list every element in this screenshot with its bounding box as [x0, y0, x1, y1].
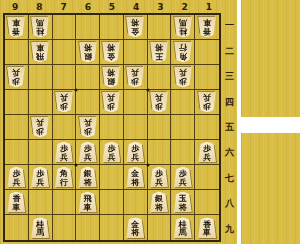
square-4h[interactable] [124, 190, 148, 215]
square-7h[interactable] [53, 190, 77, 215]
piece-tile: 王将 [150, 42, 169, 63]
square-9b[interactable] [5, 40, 29, 65]
piece-tile: 飛車 [78, 192, 97, 213]
piece-tile: 歩兵 [173, 67, 192, 88]
square-8c[interactable] [29, 65, 53, 90]
square-9d[interactable] [5, 90, 29, 115]
piece-tile: 銀将 [78, 42, 97, 63]
gote-komadai [241, 0, 300, 117]
square-6d[interactable] [76, 90, 100, 115]
square-8a[interactable]: 桂馬 [29, 15, 53, 40]
piece-tile: 歩兵 [150, 167, 169, 188]
piece-tile: 歩兵 [102, 142, 121, 163]
square-1h[interactable] [195, 190, 219, 215]
piece-sente-pawn[interactable]: 歩兵 [198, 142, 217, 163]
piece-tile: 金将 [126, 167, 145, 188]
rank-label-7: 七 [222, 166, 237, 191]
square-7b[interactable] [53, 40, 77, 65]
square-6i[interactable] [76, 215, 100, 240]
square-8i[interactable]: 桂馬 [29, 215, 53, 240]
square-3f[interactable] [148, 140, 172, 165]
square-1b[interactable] [195, 40, 219, 65]
piece-tile: 歩兵 [54, 142, 73, 163]
file-labels: 987654321 [3, 0, 221, 13]
square-1d[interactable]: 歩兵 [195, 90, 219, 115]
piece-tile: 歩兵 [31, 167, 50, 188]
file-label-6: 6 [76, 0, 100, 13]
file-label-1: 1 [197, 0, 221, 13]
piece-gote-king[interactable]: 王将 [150, 42, 169, 63]
square-5i[interactable] [100, 215, 124, 240]
piece-gote-pawn[interactable]: 歩兵 [173, 67, 192, 88]
piece-sente-bishop[interactable]: 角行 [54, 167, 73, 188]
piece-tile: 歩兵 [78, 142, 97, 163]
piece-tile: 銀将 [102, 67, 121, 88]
piece-tile: 銀将 [78, 167, 97, 188]
piece-gote-knight[interactable]: 桂馬 [173, 17, 192, 38]
square-2d[interactable] [171, 90, 195, 115]
piece-tile: 香車 [198, 17, 217, 38]
square-5b[interactable]: 金将 [100, 40, 124, 65]
square-8e[interactable]: 歩兵 [29, 115, 53, 140]
square-7e[interactable] [53, 115, 77, 140]
piece-tile: 桂馬 [173, 17, 192, 38]
square-9h[interactable]: 香車 [5, 190, 29, 215]
square-5f[interactable]: 歩兵 [100, 140, 124, 165]
square-3c[interactable] [148, 65, 172, 90]
piece-sente-knight[interactable]: 桂馬 [31, 217, 50, 238]
square-2g[interactable]: 歩兵 [171, 165, 195, 190]
rank-label-9: 九 [222, 217, 237, 242]
square-6g[interactable]: 銀将 [76, 165, 100, 190]
rank-label-2: 二 [222, 38, 237, 63]
piece-sente-rook[interactable]: 飛車 [78, 192, 97, 213]
square-2i[interactable]: 桂馬 [171, 215, 195, 240]
square-7g[interactable]: 角行 [53, 165, 77, 190]
piece-sente-silver[interactable]: 銀将 [78, 167, 97, 188]
square-7c[interactable] [53, 65, 77, 90]
square-6e[interactable]: 歩兵 [76, 115, 100, 140]
square-4d[interactable] [124, 90, 148, 115]
piece-sente-pawn[interactable]: 歩兵 [78, 142, 97, 163]
sente-komadai [241, 133, 300, 244]
square-9c[interactable]: 歩兵 [5, 65, 29, 90]
square-1c[interactable] [195, 65, 219, 90]
square-4i[interactable]: 金将 [124, 215, 148, 240]
piece-gote-gold[interactable]: 金将 [102, 42, 121, 63]
rank-label-3: 三 [222, 64, 237, 89]
piece-tile: 金将 [126, 17, 145, 38]
piece-sente-pawn[interactable]: 歩兵 [126, 142, 145, 163]
piece-tile: 香車 [7, 17, 26, 38]
square-2h[interactable]: 玉将 [171, 190, 195, 215]
rank-label-6: 六 [222, 140, 237, 165]
square-7i[interactable] [53, 215, 77, 240]
star-point [146, 89, 149, 92]
piece-gote-pawn[interactable]: 歩兵 [198, 92, 217, 113]
square-2f[interactable] [171, 140, 195, 165]
square-1e[interactable] [195, 115, 219, 140]
square-1f[interactable]: 歩兵 [195, 140, 219, 165]
piece-tile: 歩兵 [78, 117, 97, 138]
square-4g[interactable]: 金将 [124, 165, 148, 190]
piece-gote-silver[interactable]: 銀将 [102, 67, 121, 88]
piece-gote-silver[interactable]: 銀将 [78, 42, 97, 63]
rank-label-8: 八 [222, 191, 237, 216]
square-8f[interactable] [29, 140, 53, 165]
piece-sente-pawn[interactable]: 歩兵 [54, 142, 73, 163]
piece-gote-lance[interactable]: 香車 [7, 17, 26, 38]
square-2b[interactable]: 角行 [171, 40, 195, 65]
piece-tile: 歩兵 [173, 167, 192, 188]
square-6b[interactable]: 銀将 [76, 40, 100, 65]
square-9a[interactable]: 香車 [5, 15, 29, 40]
square-5d[interactable]: 歩兵 [100, 90, 124, 115]
piece-sente-gold[interactable]: 金将 [126, 167, 145, 188]
piece-tile: 歩兵 [150, 92, 169, 113]
piece-tile: 歩兵 [198, 142, 217, 163]
piece-gote-pawn[interactable]: 歩兵 [102, 92, 121, 113]
piece-gote-pawn[interactable]: 歩兵 [54, 92, 73, 113]
shogi-board-panel: 987654321 一二三四五六七八九 香車桂馬金将桂馬香車飛車銀将金将王将角行… [0, 0, 237, 244]
square-3h[interactable]: 銀将 [148, 190, 172, 215]
square-3b[interactable]: 王将 [148, 40, 172, 65]
piece-gote-pawn[interactable]: 歩兵 [126, 67, 145, 88]
square-2c[interactable]: 歩兵 [171, 65, 195, 90]
piece-tile: 桂馬 [31, 217, 50, 238]
square-6a[interactable] [76, 15, 100, 40]
piece-gote-bishop[interactable]: 角行 [173, 42, 192, 63]
piece-sente-lance[interactable]: 香車 [198, 217, 217, 238]
piece-gote-pawn[interactable]: 歩兵 [31, 117, 50, 138]
star-point [75, 89, 78, 92]
square-4a[interactable]: 金将 [124, 15, 148, 40]
square-9i[interactable] [5, 215, 29, 240]
star-point [75, 164, 78, 167]
piece-sente-king[interactable]: 玉将 [173, 192, 192, 213]
square-4c[interactable]: 歩兵 [124, 65, 148, 90]
square-1g[interactable] [195, 165, 219, 190]
file-label-9: 9 [3, 0, 27, 13]
piece-sente-silver[interactable]: 銀将 [150, 192, 169, 213]
piece-tile: 香車 [7, 192, 26, 213]
piece-tile: 歩兵 [7, 167, 26, 188]
square-3a[interactable] [148, 15, 172, 40]
rank-label-5: 五 [222, 115, 237, 140]
piece-sente-pawn[interactable]: 歩兵 [150, 167, 169, 188]
star-point [146, 164, 149, 167]
piece-tile: 角行 [54, 167, 73, 188]
piece-tile: 金将 [126, 217, 145, 238]
rank-labels: 一二三四五六七八九 [222, 13, 237, 242]
square-8g[interactable]: 歩兵 [29, 165, 53, 190]
square-4e[interactable] [124, 115, 148, 140]
file-label-7: 7 [51, 0, 75, 13]
shogi-app: { "game": "shogi", "board_ui": { "file_l… [0, 0, 300, 244]
piece-gote-rook[interactable]: 飛車 [31, 42, 50, 63]
square-6h[interactable]: 飛車 [76, 190, 100, 215]
piece-tile: 桂馬 [31, 17, 50, 38]
piece-tile: 歩兵 [102, 92, 121, 113]
piece-sente-pawn[interactable]: 歩兵 [173, 167, 192, 188]
square-7f[interactable]: 歩兵 [53, 140, 77, 165]
piece-tile: 歩兵 [198, 92, 217, 113]
square-3d[interactable]: 歩兵 [148, 90, 172, 115]
piece-gote-lance[interactable]: 香車 [198, 17, 217, 38]
piece-tile: 歩兵 [126, 67, 145, 88]
piece-tile: 飛車 [31, 42, 50, 63]
piece-tile: 歩兵 [126, 142, 145, 163]
file-label-3: 3 [148, 0, 172, 13]
piece-tile: 金将 [102, 42, 121, 63]
piece-sente-lance[interactable]: 香車 [7, 192, 26, 213]
piece-gote-pawn[interactable]: 歩兵 [78, 117, 97, 138]
square-1i[interactable]: 香車 [195, 215, 219, 240]
square-9f[interactable] [5, 140, 29, 165]
square-3g[interactable]: 歩兵 [148, 165, 172, 190]
piece-tile: 香車 [198, 217, 217, 238]
square-9e[interactable] [5, 115, 29, 140]
square-6c[interactable] [76, 65, 100, 90]
file-label-5: 5 [100, 0, 124, 13]
file-label-2: 2 [173, 0, 197, 13]
square-8b[interactable]: 飛車 [29, 40, 53, 65]
piece-gote-pawn[interactable]: 歩兵 [7, 67, 26, 88]
square-3e[interactable] [148, 115, 172, 140]
square-5e[interactable] [100, 115, 124, 140]
piece-sente-gold[interactable]: 金将 [126, 217, 145, 238]
square-7d[interactable]: 歩兵 [53, 90, 77, 115]
square-6f[interactable]: 歩兵 [76, 140, 100, 165]
piece-sente-pawn[interactable]: 歩兵 [7, 167, 26, 188]
square-2a[interactable]: 桂馬 [171, 15, 195, 40]
rank-label-4: 四 [222, 89, 237, 114]
piece-sente-knight[interactable]: 桂馬 [173, 217, 192, 238]
square-5h[interactable] [100, 190, 124, 215]
square-1a[interactable]: 香車 [195, 15, 219, 40]
piece-gote-knight[interactable]: 桂馬 [31, 17, 50, 38]
piece-gote-pawn[interactable]: 歩兵 [150, 92, 169, 113]
square-8d[interactable] [29, 90, 53, 115]
rank-label-1: 一 [222, 13, 237, 38]
piece-tile: 角行 [173, 42, 192, 63]
piece-tile: 銀将 [150, 192, 169, 213]
square-5g[interactable] [100, 165, 124, 190]
piece-tile: 歩兵 [7, 67, 26, 88]
piece-sente-pawn[interactable]: 歩兵 [31, 167, 50, 188]
square-3i[interactable] [148, 215, 172, 240]
square-8h[interactable] [29, 190, 53, 215]
piece-tile: 桂馬 [173, 217, 192, 238]
square-9g[interactable]: 歩兵 [5, 165, 29, 190]
piece-tile: 歩兵 [31, 117, 50, 138]
square-4f[interactable]: 歩兵 [124, 140, 148, 165]
piece-gote-gold[interactable]: 金将 [126, 17, 145, 38]
piece-sente-pawn[interactable]: 歩兵 [102, 142, 121, 163]
square-5a[interactable] [100, 15, 124, 40]
square-7a[interactable] [53, 15, 77, 40]
board-grid: 香車桂馬金将桂馬香車飛車銀将金将王将角行歩兵銀将歩兵歩兵歩兵歩兵歩兵歩兵歩兵歩兵… [3, 13, 221, 242]
file-label-4: 4 [124, 0, 148, 13]
file-label-8: 8 [27, 0, 51, 13]
piece-tile: 玉将 [173, 192, 192, 213]
square-4b[interactable] [124, 40, 148, 65]
piece-tile: 歩兵 [54, 92, 73, 113]
square-2e[interactable] [171, 115, 195, 140]
square-5c[interactable]: 銀将 [100, 65, 124, 90]
